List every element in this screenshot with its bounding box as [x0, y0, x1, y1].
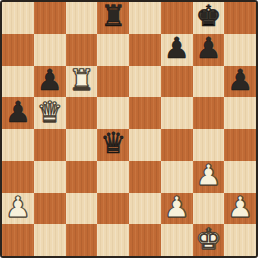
chess-diagram: ♜♚♟♟♟♜♟♟♛♛♟♟♟♟♚: [0, 0, 258, 258]
black-rook: ♜: [100, 2, 126, 31]
white-king: ♚: [195, 225, 221, 254]
square-f5[interactable]: [161, 97, 193, 129]
square-b1[interactable]: [34, 224, 66, 256]
black-queen: ♛: [100, 129, 126, 158]
chess-board: ♜♚♟♟♟♜♟♟♛♛♟♟♟♟♚: [2, 2, 256, 256]
square-b6[interactable]: ♟: [34, 66, 66, 98]
square-b7[interactable]: [34, 34, 66, 66]
white-pawn: ♟: [5, 193, 31, 222]
square-d4[interactable]: ♛: [97, 129, 129, 161]
square-f1[interactable]: [161, 224, 193, 256]
square-a2[interactable]: ♟: [2, 193, 34, 225]
square-a7[interactable]: [2, 34, 34, 66]
square-f4[interactable]: [161, 129, 193, 161]
square-f2[interactable]: ♟: [161, 193, 193, 225]
black-pawn: ♟: [5, 98, 31, 127]
square-e4[interactable]: [129, 129, 161, 161]
white-pawn: ♟: [164, 193, 190, 222]
square-e2[interactable]: [129, 193, 161, 225]
square-e6[interactable]: [129, 66, 161, 98]
square-h1[interactable]: [224, 224, 256, 256]
square-a6[interactable]: [2, 66, 34, 98]
black-king: ♚: [195, 2, 221, 31]
square-c7[interactable]: [66, 34, 98, 66]
square-g8[interactable]: ♚: [193, 2, 225, 34]
square-g1[interactable]: ♚: [193, 224, 225, 256]
square-e3[interactable]: [129, 161, 161, 193]
square-c1[interactable]: [66, 224, 98, 256]
square-a3[interactable]: [2, 161, 34, 193]
square-g5[interactable]: [193, 97, 225, 129]
square-h8[interactable]: [224, 2, 256, 34]
square-f6[interactable]: [161, 66, 193, 98]
square-g3[interactable]: ♟: [193, 161, 225, 193]
square-c5[interactable]: [66, 97, 98, 129]
white-queen: ♛: [37, 98, 63, 127]
square-e8[interactable]: [129, 2, 161, 34]
square-h5[interactable]: [224, 97, 256, 129]
square-d7[interactable]: [97, 34, 129, 66]
square-f3[interactable]: [161, 161, 193, 193]
square-e5[interactable]: [129, 97, 161, 129]
white-pawn: ♟: [227, 193, 253, 222]
square-f8[interactable]: [161, 2, 193, 34]
square-d8[interactable]: ♜: [97, 2, 129, 34]
square-b2[interactable]: [34, 193, 66, 225]
square-b5[interactable]: ♛: [34, 97, 66, 129]
square-b3[interactable]: [34, 161, 66, 193]
square-c2[interactable]: [66, 193, 98, 225]
square-f7[interactable]: ♟: [161, 34, 193, 66]
square-d1[interactable]: [97, 224, 129, 256]
square-c3[interactable]: [66, 161, 98, 193]
black-pawn: ♟: [195, 34, 221, 63]
square-g4[interactable]: [193, 129, 225, 161]
square-h4[interactable]: [224, 129, 256, 161]
square-g2[interactable]: [193, 193, 225, 225]
square-a5[interactable]: ♟: [2, 97, 34, 129]
square-h7[interactable]: [224, 34, 256, 66]
square-a8[interactable]: [2, 2, 34, 34]
square-d3[interactable]: [97, 161, 129, 193]
square-h6[interactable]: ♟: [224, 66, 256, 98]
square-d5[interactable]: [97, 97, 129, 129]
square-e7[interactable]: [129, 34, 161, 66]
square-d6[interactable]: [97, 66, 129, 98]
square-b8[interactable]: [34, 2, 66, 34]
black-pawn: ♟: [227, 66, 253, 95]
white-pawn: ♟: [195, 161, 221, 190]
square-c6[interactable]: ♜: [66, 66, 98, 98]
black-pawn: ♟: [164, 34, 190, 63]
white-rook: ♜: [68, 66, 94, 95]
square-c8[interactable]: [66, 2, 98, 34]
square-d2[interactable]: [97, 193, 129, 225]
square-g6[interactable]: [193, 66, 225, 98]
square-e1[interactable]: [129, 224, 161, 256]
square-a4[interactable]: [2, 129, 34, 161]
square-c4[interactable]: [66, 129, 98, 161]
square-a1[interactable]: [2, 224, 34, 256]
square-h3[interactable]: [224, 161, 256, 193]
square-g7[interactable]: ♟: [193, 34, 225, 66]
square-h2[interactable]: ♟: [224, 193, 256, 225]
black-pawn: ♟: [37, 66, 63, 95]
square-b4[interactable]: [34, 129, 66, 161]
board-frame: ♜♚♟♟♟♜♟♟♛♛♟♟♟♟♚: [0, 0, 258, 258]
